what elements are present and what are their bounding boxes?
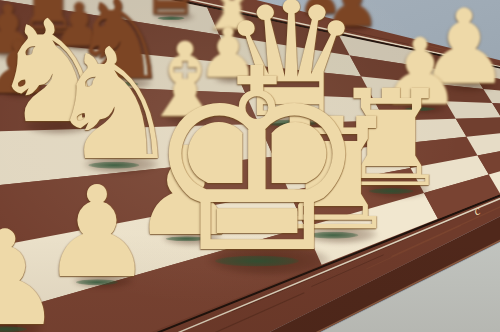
far-border-mark xyxy=(462,23,466,27)
chess-board: cde xyxy=(0,0,500,332)
chess-set-photo: cde ♟♛♟♝♜♟♟♟♞♟♟♟♝♛♞♞♜♜♟♚♟♟ xyxy=(0,0,500,332)
